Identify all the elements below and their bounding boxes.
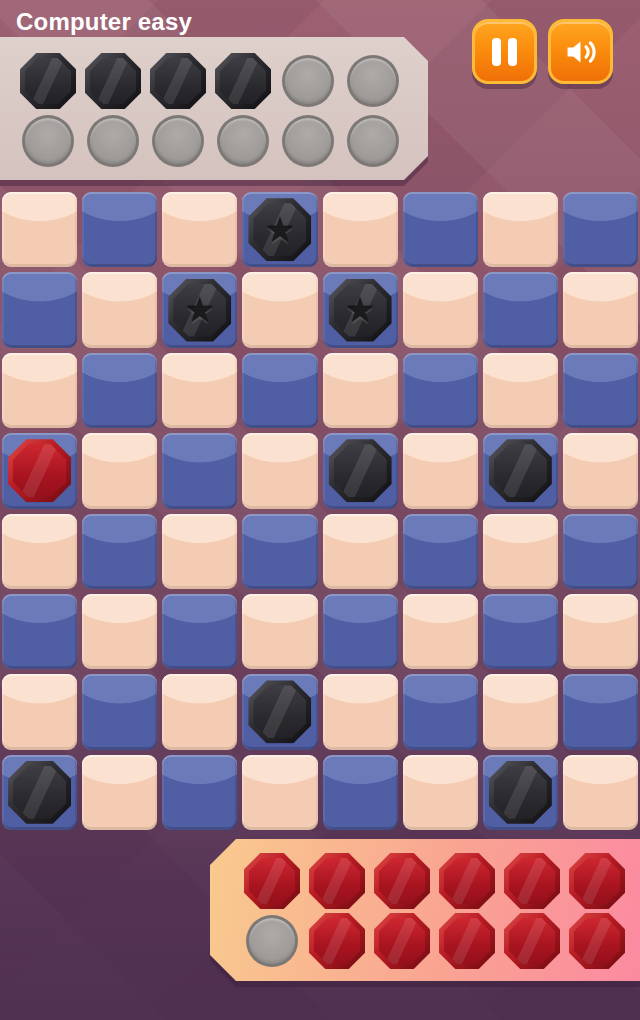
tray-slot-r0c4: [282, 55, 334, 107]
tray-slot-r0c5: [571, 855, 623, 907]
empty-slot-circle: [22, 115, 74, 167]
speaker-on-icon: [562, 33, 600, 71]
square-r5c3: [242, 594, 317, 669]
tray-slot-r1c5: [571, 915, 623, 967]
square-r0c2: [162, 192, 237, 267]
tray-slot-r1c0: [246, 915, 298, 967]
square-r1c0[interactable]: [2, 272, 77, 347]
tray-slot-r1c2: [152, 115, 204, 167]
square-r0c5[interactable]: [403, 192, 478, 267]
tray-slot-r0c2: [152, 55, 204, 107]
square-r0c1[interactable]: [82, 192, 157, 267]
square-r4c7[interactable]: [563, 514, 638, 589]
empty-slot-circle: [152, 115, 204, 167]
tray-slot-r0c0: [246, 855, 298, 907]
opponent-title: Computer easy: [16, 8, 192, 36]
empty-slot-circle: [217, 115, 269, 167]
square-r1c1: [82, 272, 157, 347]
black-king-piece[interactable]: ★: [329, 279, 392, 342]
square-r0c4: [323, 192, 398, 267]
square-r6c2: [162, 674, 237, 749]
player-captured-slots: [246, 855, 640, 967]
red-man-piece: [309, 913, 365, 969]
square-r0c0: [2, 192, 77, 267]
tray-slot-r0c4: [506, 855, 558, 907]
hud-buttons: [472, 19, 613, 84]
red-man-piece: [309, 853, 365, 909]
red-man-piece[interactable]: [8, 439, 71, 502]
square-r2c4: [323, 353, 398, 428]
tray-slot-r0c2: [376, 855, 428, 907]
sound-button[interactable]: [548, 19, 613, 84]
square-r5c2[interactable]: [162, 594, 237, 669]
tray-slot-r0c0: [22, 55, 74, 107]
square-r7c4[interactable]: [323, 755, 398, 830]
black-man-piece: [85, 53, 141, 109]
square-r1c2[interactable]: ★: [162, 272, 237, 347]
square-r4c1[interactable]: [82, 514, 157, 589]
square-r1c7: [563, 272, 638, 347]
pause-button[interactable]: [472, 19, 537, 84]
player-captured-tray: [210, 839, 640, 981]
red-man-piece: [374, 853, 430, 909]
red-man-piece: [569, 853, 625, 909]
red-man-piece: [244, 853, 300, 909]
red-man-piece: [374, 913, 430, 969]
tray-slot-r1c1: [311, 915, 363, 967]
black-man-piece[interactable]: [8, 761, 71, 824]
square-r1c5: [403, 272, 478, 347]
square-r3c3: [242, 433, 317, 508]
square-r2c3[interactable]: [242, 353, 317, 428]
computer-captured-slots: [22, 55, 428, 167]
red-man-piece: [569, 913, 625, 969]
square-r4c6: [483, 514, 558, 589]
tray-slot-r0c1: [311, 855, 363, 907]
square-r2c0: [2, 353, 77, 428]
square-r6c7[interactable]: [563, 674, 638, 749]
red-man-piece: [504, 853, 560, 909]
tray-slot-r1c4: [282, 115, 334, 167]
square-r4c5[interactable]: [403, 514, 478, 589]
square-r7c6[interactable]: [483, 755, 558, 830]
square-r3c7: [563, 433, 638, 508]
tray-slot-r1c5: [347, 115, 399, 167]
tray-slot-r0c1: [87, 55, 139, 107]
red-man-piece: [504, 913, 560, 969]
square-r2c7[interactable]: [563, 353, 638, 428]
square-r4c3[interactable]: [242, 514, 317, 589]
red-man-piece: [439, 853, 495, 909]
square-r4c2: [162, 514, 237, 589]
square-r6c5[interactable]: [403, 674, 478, 749]
square-r3c6[interactable]: [483, 433, 558, 508]
king-star-icon: ★: [265, 213, 295, 247]
empty-slot-circle: [347, 115, 399, 167]
square-r1c6[interactable]: [483, 272, 558, 347]
square-r2c1[interactable]: [82, 353, 157, 428]
tray-slot-r1c4: [506, 915, 558, 967]
square-r5c1: [82, 594, 157, 669]
tray-slot-r1c1: [87, 115, 139, 167]
square-r6c0: [2, 674, 77, 749]
tray-slot-r0c3: [217, 55, 269, 107]
square-r0c6: [483, 192, 558, 267]
square-r3c1: [82, 433, 157, 508]
black-man-piece[interactable]: [329, 439, 392, 502]
square-r3c0[interactable]: [2, 433, 77, 508]
checkers-board: ★★★: [0, 190, 640, 832]
square-r2c6: [483, 353, 558, 428]
square-r5c7: [563, 594, 638, 669]
square-r7c1: [82, 755, 157, 830]
square-r6c3[interactable]: [242, 674, 317, 749]
tray-slot-r1c0: [22, 115, 74, 167]
square-r0c7[interactable]: [563, 192, 638, 267]
square-r1c3: [242, 272, 317, 347]
square-r4c4: [323, 514, 398, 589]
pause-icon: [492, 38, 517, 66]
black-man-piece[interactable]: [248, 680, 311, 743]
empty-slot-circle: [347, 55, 399, 107]
tray-slot-r0c3: [441, 855, 493, 907]
square-r7c7: [563, 755, 638, 830]
king-star-icon: ★: [345, 293, 375, 327]
black-king-piece[interactable]: ★: [248, 198, 311, 261]
black-man-piece: [215, 53, 271, 109]
empty-slot-circle: [87, 115, 139, 167]
square-r6c6: [483, 674, 558, 749]
square-r7c2[interactable]: [162, 755, 237, 830]
black-man-piece: [150, 53, 206, 109]
black-man-piece[interactable]: [489, 439, 552, 502]
black-king-piece[interactable]: ★: [168, 279, 231, 342]
square-r1c4[interactable]: ★: [323, 272, 398, 347]
square-r7c3: [242, 755, 317, 830]
black-man-piece: [20, 53, 76, 109]
tray-slot-r1c3: [217, 115, 269, 167]
computer-captured-tray: [0, 37, 428, 180]
square-r2c5[interactable]: [403, 353, 478, 428]
red-man-piece: [439, 913, 495, 969]
square-r3c4[interactable]: [323, 433, 398, 508]
empty-slot-circle: [246, 915, 298, 967]
square-r5c5: [403, 594, 478, 669]
game-screen: Computer easy ★★★: [0, 0, 640, 1020]
square-r4c0: [2, 514, 77, 589]
square-r5c4[interactable]: [323, 594, 398, 669]
black-man-piece[interactable]: [489, 761, 552, 824]
square-r6c4: [323, 674, 398, 749]
king-star-icon: ★: [185, 293, 215, 327]
square-r3c5: [403, 433, 478, 508]
square-r5c0[interactable]: [2, 594, 77, 669]
square-r7c5: [403, 755, 478, 830]
square-r0c3[interactable]: ★: [242, 192, 317, 267]
empty-slot-circle: [282, 55, 334, 107]
tray-slot-r1c2: [376, 915, 428, 967]
square-r7c0[interactable]: [2, 755, 77, 830]
square-r2c2: [162, 353, 237, 428]
empty-slot-circle: [282, 115, 334, 167]
square-r5c6[interactable]: [483, 594, 558, 669]
tray-slot-r1c3: [441, 915, 493, 967]
square-r6c1[interactable]: [82, 674, 157, 749]
tray-slot-r0c5: [347, 55, 399, 107]
square-r3c2[interactable]: [162, 433, 237, 508]
